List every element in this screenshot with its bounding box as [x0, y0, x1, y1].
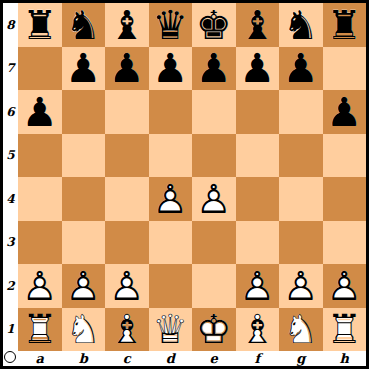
white-pawn-icon: ♙: [192, 177, 236, 221]
black-queen-icon: ♛: [149, 3, 193, 47]
white-pawn-icon-base: ♟: [149, 177, 193, 221]
chess-diagram: 87654321 ♖♜♘♞♗♝♕♛♔♚♗♝♘♞♖♜♙♟♙♟♙♟♙♟♙♟♙♟♙♟♙…: [0, 0, 369, 369]
white-bishop-icon-base: ♝: [105, 308, 149, 352]
square-h8[interactable]: ♖♜: [323, 3, 367, 47]
square-g5[interactable]: [279, 134, 323, 178]
square-e2[interactable]: [192, 264, 236, 308]
square-b2[interactable]: ♟♙: [62, 264, 106, 308]
black-rook-icon-base: ♖: [18, 3, 62, 47]
square-d5[interactable]: [149, 134, 193, 178]
square-c8[interactable]: ♗♝: [105, 3, 149, 47]
black-queen-icon-base: ♕: [149, 3, 193, 47]
white-pawn-icon-base: ♟: [279, 264, 323, 308]
black-pawn-icon: ♟: [279, 47, 323, 91]
black-pawn-icon-base: ♙: [62, 47, 106, 91]
file-label-f: f: [236, 351, 280, 366]
square-c5[interactable]: [105, 134, 149, 178]
black-pawn-icon: ♟: [149, 47, 193, 91]
white-queen-icon-base: ♛: [149, 308, 193, 352]
square-c7[interactable]: ♙♟: [105, 47, 149, 91]
black-pawn-icon-base: ♙: [105, 47, 149, 91]
black-knight-icon: ♞: [279, 3, 323, 47]
square-b5[interactable]: [62, 134, 106, 178]
white-pawn-icon: ♙: [18, 264, 62, 308]
black-bishop-icon: ♝: [105, 3, 149, 47]
white-knight-icon-base: ♞: [62, 308, 106, 352]
black-pawn-icon-base: ♙: [323, 90, 367, 134]
square-f6[interactable]: [236, 90, 280, 134]
black-pawn-icon: ♟: [18, 90, 62, 134]
white-knight-icon-base: ♞: [279, 308, 323, 352]
square-g6[interactable]: [279, 90, 323, 134]
square-h5[interactable]: [323, 134, 367, 178]
black-pawn-icon-base: ♙: [149, 47, 193, 91]
black-rook-icon: ♜: [18, 3, 62, 47]
white-knight-icon: ♘: [279, 308, 323, 352]
black-knight-icon-base: ♘: [279, 3, 323, 47]
black-bishop-icon-base: ♗: [236, 3, 280, 47]
square-b6[interactable]: [62, 90, 106, 134]
square-f1[interactable]: ♝♗: [236, 308, 280, 352]
white-king-icon-base: ♚: [192, 308, 236, 352]
square-b1[interactable]: ♞♘: [62, 308, 106, 352]
rank-label-4: 4: [3, 177, 18, 221]
square-g4[interactable]: [279, 177, 323, 221]
square-e4[interactable]: ♟♙: [192, 177, 236, 221]
file-label-d: d: [149, 351, 193, 366]
square-d7[interactable]: ♙♟: [149, 47, 193, 91]
square-g1[interactable]: ♞♘: [279, 308, 323, 352]
square-f2[interactable]: ♟♙: [236, 264, 280, 308]
black-rook-icon-base: ♖: [323, 3, 367, 47]
rank-label-7: 7: [3, 47, 18, 91]
white-pawn-icon-base: ♟: [62, 264, 106, 308]
square-h7[interactable]: [323, 47, 367, 91]
rank-label-6: 6: [3, 90, 18, 134]
square-d4[interactable]: ♟♙: [149, 177, 193, 221]
square-a3[interactable]: [18, 221, 62, 265]
white-pawn-icon: ♙: [279, 264, 323, 308]
white-to-move-indicator: [4, 351, 16, 363]
rank-labels: 87654321: [3, 3, 18, 351]
square-a8[interactable]: ♖♜: [18, 3, 62, 47]
black-bishop-icon-base: ♗: [105, 3, 149, 47]
square-c3[interactable]: [105, 221, 149, 265]
square-h3[interactable]: [323, 221, 367, 265]
white-king-icon: ♔: [192, 308, 236, 352]
square-a6[interactable]: ♙♟: [18, 90, 62, 134]
white-pawn-icon: ♙: [236, 264, 280, 308]
square-f8[interactable]: ♗♝: [236, 3, 280, 47]
square-e1[interactable]: ♚♔: [192, 308, 236, 352]
square-c1[interactable]: ♝♗: [105, 308, 149, 352]
white-knight-icon: ♘: [62, 308, 106, 352]
black-pawn-icon-base: ♙: [279, 47, 323, 91]
square-a5[interactable]: [18, 134, 62, 178]
rank-label-5: 5: [3, 134, 18, 178]
square-e8[interactable]: ♔♚: [192, 3, 236, 47]
square-d8[interactable]: ♕♛: [149, 3, 193, 47]
square-f3[interactable]: [236, 221, 280, 265]
white-bishop-icon: ♗: [105, 308, 149, 352]
rank-label-2: 2: [3, 264, 18, 308]
white-pawn-icon: ♙: [62, 264, 106, 308]
square-a1[interactable]: ♜♖: [18, 308, 62, 352]
white-bishop-icon: ♗: [236, 308, 280, 352]
black-pawn-icon: ♟: [105, 47, 149, 91]
square-g3[interactable]: [279, 221, 323, 265]
black-king-icon: ♚: [192, 3, 236, 47]
square-a4[interactable]: [18, 177, 62, 221]
square-f5[interactable]: [236, 134, 280, 178]
square-g8[interactable]: ♘♞: [279, 3, 323, 47]
rank-label-8: 8: [3, 3, 18, 47]
black-rook-icon: ♜: [323, 3, 367, 47]
file-labels: abcdefgh: [18, 351, 366, 366]
black-pawn-icon: ♟: [323, 90, 367, 134]
white-bishop-icon-base: ♝: [236, 308, 280, 352]
rank-label-3: 3: [3, 221, 18, 265]
square-e6[interactable]: [192, 90, 236, 134]
file-label-h: h: [323, 351, 367, 366]
square-d2[interactable]: [149, 264, 193, 308]
white-pawn-icon-base: ♟: [323, 264, 367, 308]
rank-label-1: 1: [3, 308, 18, 352]
square-c2[interactable]: ♟♙: [105, 264, 149, 308]
white-pawn-icon-base: ♟: [236, 264, 280, 308]
square-e7[interactable]: ♙♟: [192, 47, 236, 91]
square-h2[interactable]: ♟♙: [323, 264, 367, 308]
square-a2[interactable]: ♟♙: [18, 264, 62, 308]
black-knight-icon-base: ♘: [62, 3, 106, 47]
square-c4[interactable]: [105, 177, 149, 221]
black-pawn-icon: ♟: [192, 47, 236, 91]
white-rook-icon-base: ♜: [323, 308, 367, 352]
square-h6[interactable]: ♙♟: [323, 90, 367, 134]
white-pawn-icon: ♙: [149, 177, 193, 221]
black-bishop-icon: ♝: [236, 3, 280, 47]
file-label-e: e: [192, 351, 236, 366]
black-king-icon-base: ♔: [192, 3, 236, 47]
white-pawn-icon: ♙: [105, 264, 149, 308]
file-label-a: a: [18, 351, 62, 366]
white-pawn-icon: ♙: [323, 264, 367, 308]
white-rook-icon: ♖: [323, 308, 367, 352]
file-label-b: b: [62, 351, 106, 366]
square-b7[interactable]: ♙♟: [62, 47, 106, 91]
white-rook-icon-base: ♜: [18, 308, 62, 352]
square-b4[interactable]: [62, 177, 106, 221]
square-f7[interactable]: ♙♟: [236, 47, 280, 91]
square-h1[interactable]: ♜♖: [323, 308, 367, 352]
black-pawn-icon: ♟: [236, 47, 280, 91]
square-d3[interactable]: [149, 221, 193, 265]
square-c6[interactable]: [105, 90, 149, 134]
square-h4[interactable]: [323, 177, 367, 221]
white-rook-icon: ♖: [18, 308, 62, 352]
white-pawn-icon-base: ♟: [192, 177, 236, 221]
square-e3[interactable]: [192, 221, 236, 265]
square-f4[interactable]: [236, 177, 280, 221]
white-pawn-icon-base: ♟: [18, 264, 62, 308]
square-e5[interactable]: [192, 134, 236, 178]
chess-board: ♖♜♘♞♗♝♕♛♔♚♗♝♘♞♖♜♙♟♙♟♙♟♙♟♙♟♙♟♙♟♙♟♟♙♟♙♟♙♟♙…: [18, 3, 366, 351]
black-pawn-icon: ♟: [62, 47, 106, 91]
white-queen-icon: ♕: [149, 308, 193, 352]
square-b8[interactable]: ♘♞: [62, 3, 106, 47]
square-b3[interactable]: [62, 221, 106, 265]
white-pawn-icon-base: ♟: [105, 264, 149, 308]
file-label-c: c: [105, 351, 149, 366]
square-d6[interactable]: [149, 90, 193, 134]
black-knight-icon: ♞: [62, 3, 106, 47]
square-a7[interactable]: [18, 47, 62, 91]
black-pawn-icon-base: ♙: [236, 47, 280, 91]
file-label-g: g: [279, 351, 323, 366]
black-pawn-icon-base: ♙: [192, 47, 236, 91]
square-g7[interactable]: ♙♟: [279, 47, 323, 91]
square-d1[interactable]: ♛♕: [149, 308, 193, 352]
square-g2[interactable]: ♟♙: [279, 264, 323, 308]
black-pawn-icon-base: ♙: [18, 90, 62, 134]
